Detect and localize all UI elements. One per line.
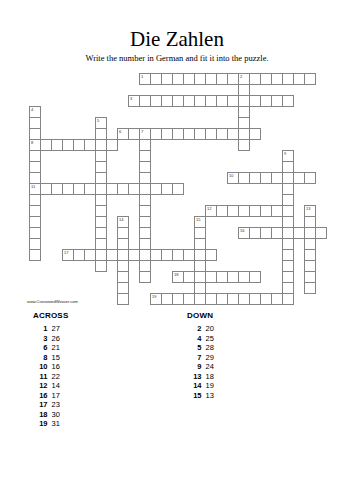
grid-cell-r18c10[interactable]	[139, 271, 151, 283]
across-clue-11: 1122	[33, 372, 60, 382]
across-clue-number-1: 1	[33, 324, 48, 333]
down-clue-4: 425	[187, 334, 214, 344]
grid-cell-r14c26[interactable]	[315, 227, 327, 239]
across-clue-number-3: 3	[33, 334, 48, 343]
across-clue-text-16: 17	[52, 391, 60, 400]
grid-cell-r20c23[interactable]	[282, 293, 294, 305]
page-subtitle: Write the number in German and fit it in…	[0, 53, 354, 63]
down-clue-number-5: 5	[187, 343, 202, 352]
cell-number-7: 7	[141, 129, 143, 134]
page-title: Die Zahlen	[0, 27, 354, 52]
cell-number-18: 18	[174, 272, 178, 277]
cell-number-5: 5	[97, 118, 99, 123]
down-clue-7: 729	[187, 353, 214, 363]
cell-number-17: 17	[64, 250, 68, 255]
down-clue-number-2: 2	[187, 324, 202, 333]
across-clue-number-6: 6	[33, 343, 48, 352]
across-clue-list: 1273266218151016112212141617172318301931	[33, 324, 60, 429]
across-clue-19: 1931	[33, 419, 60, 429]
across-clue-12: 1214	[33, 381, 60, 391]
cell-number-1: 1	[141, 74, 143, 79]
across-clue-text-17: 23	[52, 400, 60, 409]
cell-number-11: 11	[31, 184, 35, 189]
down-clue-number-14: 14	[187, 381, 202, 390]
across-clue-18: 1830	[33, 410, 60, 420]
down-clue-text-15: 13	[206, 391, 214, 400]
down-clue-list: 220425528729924131814191513	[187, 324, 214, 400]
across-clue-number-10: 10	[33, 362, 48, 371]
grid-cell-r9c25[interactable]	[304, 172, 316, 184]
grid-cell-r20c8[interactable]	[117, 293, 129, 305]
down-clue-text-14: 19	[206, 381, 214, 390]
cell-number-3: 3	[130, 96, 132, 101]
cell-number-2: 2	[240, 74, 242, 79]
across-clue-text-3: 26	[52, 334, 60, 343]
grid-cell-r5c20[interactable]	[249, 128, 261, 140]
grid-cell-r16c0[interactable]	[29, 249, 41, 261]
down-clue-number-13: 13	[187, 372, 202, 381]
cell-number-10: 10	[229, 173, 233, 178]
across-clue-text-1: 27	[52, 324, 60, 333]
across-clue-number-11: 11	[33, 372, 48, 381]
across-clue-1: 127	[33, 324, 60, 334]
grid-cell-r18c20[interactable]	[249, 271, 261, 283]
grid-cell-r6c7[interactable]	[106, 139, 118, 151]
cell-number-16: 16	[240, 228, 244, 233]
cell-number-6: 6	[119, 129, 121, 134]
across-clue-text-11: 22	[52, 372, 60, 381]
across-clue-number-12: 12	[33, 381, 48, 390]
down-clue-2: 220	[187, 324, 214, 334]
down-clue-number-4: 4	[187, 334, 202, 343]
across-clue-3: 326	[33, 334, 60, 344]
across-clue-10: 1016	[33, 362, 60, 372]
down-clue-15: 1513	[187, 391, 214, 401]
across-clue-number-19: 19	[33, 419, 48, 428]
across-clue-number-8: 8	[33, 353, 48, 362]
down-clue-14: 1419	[187, 381, 214, 391]
down-clue-text-9: 24	[206, 362, 214, 371]
cell-number-4: 4	[31, 107, 33, 112]
across-clue-6: 621	[33, 343, 60, 353]
down-clue-text-7: 29	[206, 353, 214, 362]
grid-cell-r0c25[interactable]	[304, 73, 316, 85]
cell-number-9: 9	[284, 151, 286, 156]
across-clue-number-16: 16	[33, 391, 48, 400]
down-clue-text-13: 18	[206, 372, 214, 381]
across-clue-text-10: 16	[52, 362, 60, 371]
down-clue-number-7: 7	[187, 353, 202, 362]
down-clue-5: 528	[187, 343, 214, 353]
cell-number-12: 12	[207, 206, 211, 211]
down-clue-number-15: 15	[187, 391, 202, 400]
down-clue-number-9: 9	[187, 362, 202, 371]
across-clue-text-6: 21	[52, 343, 60, 352]
grid-cell-r17c6[interactable]	[95, 260, 107, 272]
cell-number-19: 19	[152, 294, 156, 299]
cell-number-8: 8	[31, 140, 33, 145]
cell-number-13: 13	[306, 206, 310, 211]
across-clue-number-18: 18	[33, 410, 48, 419]
across-clue-text-18: 30	[52, 410, 60, 419]
down-clue-9: 924	[187, 362, 214, 372]
down-clue-text-4: 25	[206, 334, 214, 343]
across-clue-text-19: 31	[52, 419, 60, 428]
across-clue-16: 1617	[33, 391, 60, 401]
down-clue-text-5: 28	[206, 343, 214, 352]
page: Die Zahlen Write the number in German an…	[0, 0, 354, 500]
across-clue-number-17: 17	[33, 400, 48, 409]
grid-cell-r10c13[interactable]	[172, 183, 184, 195]
across-clue-text-12: 14	[52, 381, 60, 390]
down-clue-13: 1318	[187, 372, 214, 382]
down-clue-text-2: 20	[206, 324, 214, 333]
grid-cell-r2c23[interactable]	[282, 95, 294, 107]
crossword-grid: 12345678910111213141516171819	[29, 73, 329, 307]
cell-number-14: 14	[119, 217, 123, 222]
across-clue-text-8: 15	[52, 353, 60, 362]
watermark: www.CrosswordWeaver.com	[27, 299, 78, 304]
across-clue-17: 1723	[33, 400, 60, 410]
cell-number-15: 15	[196, 217, 200, 222]
down-header: DOWN	[187, 311, 213, 320]
across-header: ACROSS	[33, 311, 68, 320]
across-clue-8: 815	[33, 353, 60, 363]
grid-cell-r19c25[interactable]	[304, 282, 316, 294]
grid-cell-r16c16[interactable]	[205, 249, 217, 261]
grid-cell-r6c19[interactable]	[238, 139, 250, 151]
